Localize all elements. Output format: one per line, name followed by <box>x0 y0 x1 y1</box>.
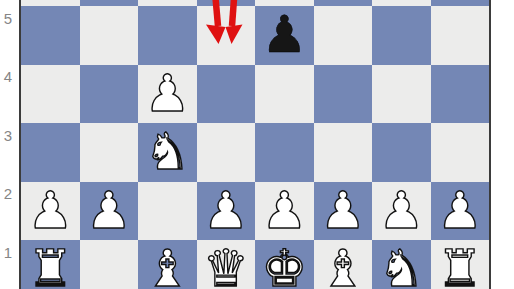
chess-board[interactable]: ♞♟♟♞♟♟♟♟♟♟♟♜♝♛♚♝♞♜ <box>21 0 489 289</box>
square-d2[interactable]: ♟ <box>197 182 256 241</box>
white-pawn-piece[interactable]: ♟ <box>144 65 190 124</box>
square-g2[interactable]: ♟ <box>372 182 431 241</box>
white-rook-piece[interactable]: ♜ <box>27 240 73 289</box>
square-e4[interactable] <box>255 65 314 124</box>
square-g3[interactable] <box>372 123 431 182</box>
square-f4[interactable] <box>314 65 373 124</box>
white-knight-piece[interactable]: ♞ <box>144 123 190 182</box>
white-rook-piece[interactable]: ♜ <box>437 240 483 289</box>
white-pawn-piece[interactable]: ♟ <box>203 182 249 241</box>
square-b3[interactable] <box>80 123 139 182</box>
square-c5[interactable] <box>138 6 197 65</box>
white-pawn-piece[interactable]: ♟ <box>437 182 483 241</box>
square-b5[interactable] <box>80 6 139 65</box>
square-d4[interactable] <box>197 65 256 124</box>
square-b4[interactable] <box>80 65 139 124</box>
square-h1[interactable]: ♜ <box>431 240 490 289</box>
white-knight-piece[interactable]: ♞ <box>378 240 424 289</box>
rank-coordinate-labels: 54321 <box>0 0 16 289</box>
square-d3[interactable] <box>197 123 256 182</box>
square-d5[interactable] <box>197 6 256 65</box>
rank-label-1: 1 <box>0 244 16 262</box>
square-a4[interactable] <box>21 65 80 124</box>
square-e3[interactable] <box>255 123 314 182</box>
square-a3[interactable] <box>21 123 80 182</box>
rank-label-2: 2 <box>0 185 16 203</box>
square-b2[interactable]: ♟ <box>80 182 139 241</box>
chess-diagram: 54321 ♞♟♟♞♟♟♟♟♟♟♟♜♝♛♚♝♞♜ <box>0 0 514 289</box>
square-f3[interactable] <box>314 123 373 182</box>
square-h3[interactable] <box>431 123 490 182</box>
square-f2[interactable]: ♟ <box>314 182 373 241</box>
square-b1[interactable] <box>80 240 139 289</box>
rank-label-3: 3 <box>0 127 16 145</box>
square-f5[interactable] <box>314 6 373 65</box>
square-a1[interactable]: ♜ <box>21 240 80 289</box>
square-h5[interactable] <box>431 6 490 65</box>
square-c1[interactable]: ♝ <box>138 240 197 289</box>
white-queen-piece[interactable]: ♛ <box>203 240 249 289</box>
rank-label-4: 4 <box>0 68 16 86</box>
square-f1[interactable]: ♝ <box>314 240 373 289</box>
square-c4[interactable]: ♟ <box>138 65 197 124</box>
square-c2[interactable] <box>138 182 197 241</box>
square-e2[interactable]: ♟ <box>255 182 314 241</box>
white-pawn-piece[interactable]: ♟ <box>320 182 366 241</box>
square-c3[interactable]: ♞ <box>138 123 197 182</box>
rank-label-5: 5 <box>0 10 16 28</box>
board-frame: ♞♟♟♞♟♟♟♟♟♟♟♜♝♛♚♝♞♜ <box>19 0 491 289</box>
white-pawn-piece[interactable]: ♟ <box>86 182 132 241</box>
white-pawn-piece[interactable]: ♟ <box>27 182 73 241</box>
square-h4[interactable] <box>431 65 490 124</box>
white-pawn-piece[interactable]: ♟ <box>261 182 307 241</box>
square-a5[interactable] <box>21 6 80 65</box>
white-pawn-piece[interactable]: ♟ <box>378 182 424 241</box>
square-h2[interactable]: ♟ <box>431 182 490 241</box>
square-g4[interactable] <box>372 65 431 124</box>
white-bishop-piece[interactable]: ♝ <box>144 240 190 289</box>
square-g5[interactable] <box>372 6 431 65</box>
square-a2[interactable]: ♟ <box>21 182 80 241</box>
square-g1[interactable]: ♞ <box>372 240 431 289</box>
square-d1[interactable]: ♛ <box>197 240 256 289</box>
white-king-piece[interactable]: ♚ <box>261 240 307 289</box>
white-bishop-piece[interactable]: ♝ <box>320 240 366 289</box>
square-e5[interactable]: ♟ <box>255 6 314 65</box>
black-pawn-piece[interactable]: ♟ <box>261 6 307 65</box>
square-e1[interactable]: ♚ <box>255 240 314 289</box>
